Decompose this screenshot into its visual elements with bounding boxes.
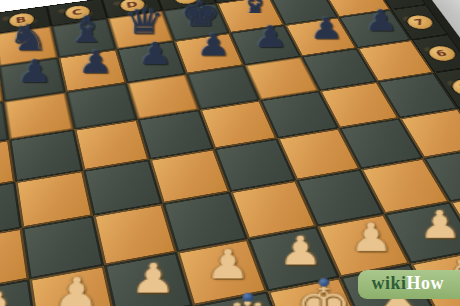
square-b5: [9, 130, 83, 182]
file-medallion: B: [6, 11, 36, 29]
scene: ABCDEFGH8♜♞♝♛♚♝♞♜87♟♟♟♟♟♟♟♟7665544332♟♟♟…: [0, 0, 460, 306]
file-medallion: C: [62, 3, 92, 21]
watermark-text-how: How: [407, 273, 445, 293]
black-rook-h8: ♜: [342, 0, 382, 9]
white-pawn-a2: ♟: [0, 280, 22, 306]
file-medallion: D: [117, 0, 148, 13]
chess-board: ABCDEFGH8♜♞♝♛♚♝♞♜87♟♟♟♟♟♟♟♟7665544332♟♟♟…: [0, 0, 460, 306]
square-g2: ♟: [384, 202, 460, 264]
square-b6: [4, 92, 74, 140]
rank-medallion: 8: [382, 0, 416, 1]
white-pawn-c2: ♟: [130, 252, 176, 306]
rank-medallion: 5: [446, 77, 460, 98]
white-pawn-d2: ♟: [205, 238, 250, 291]
photo-chess-setup: ABCDEFGH8♜♞♝♛♚♝♞♜87♟♟♟♟♟♟♟♟7665544332♟♟♟…: [0, 0, 460, 306]
black-knight-g8: ♞: [289, 0, 329, 17]
rank-medallion: 6: [423, 43, 460, 63]
square-g8: ♞: [269, 0, 338, 25]
rank-medallion: 7: [402, 13, 437, 31]
square-c6: [66, 83, 138, 130]
watermark-text-wiki: wiki: [371, 273, 406, 293]
square-c4: [83, 160, 162, 216]
wikihow-watermark: wikiHow: [358, 270, 460, 299]
white-pawn-e2: ♟: [278, 225, 323, 277]
black-bishop-f8: ♝: [235, 0, 275, 25]
